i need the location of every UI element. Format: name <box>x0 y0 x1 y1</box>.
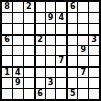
cell-r5c6[interactable] <box>56 46 66 56</box>
cell-r6c5[interactable] <box>46 56 56 66</box>
sudoku-board-frame: 82694623971479365 <box>0 0 101 101</box>
cell-r4c2[interactable] <box>13 35 23 45</box>
cell-r7c5[interactable] <box>46 67 56 77</box>
cell-r4c9[interactable]: 3 <box>89 35 99 45</box>
cell-r1c5[interactable] <box>46 2 56 12</box>
cell-r1c8[interactable] <box>78 2 88 12</box>
sudoku-board: 82694623971479365 <box>2 2 99 99</box>
cell-r8c4[interactable] <box>35 78 45 88</box>
cell-r9c1[interactable] <box>2 89 12 99</box>
cell-r4c1[interactable]: 6 <box>2 35 12 45</box>
cell-r6c6[interactable]: 7 <box>56 56 66 66</box>
cell-r4c7[interactable] <box>67 35 77 45</box>
cell-r8c5[interactable]: 3 <box>46 78 56 88</box>
cell-r8c1[interactable] <box>2 78 12 88</box>
cell-r2c7[interactable] <box>67 13 77 23</box>
cell-r8c8[interactable] <box>78 78 88 88</box>
cell-r3c4[interactable] <box>35 24 45 34</box>
cell-r1c7[interactable]: 6 <box>67 2 77 12</box>
cell-r7c1[interactable]: 1 <box>2 67 12 77</box>
cell-r1c4[interactable] <box>35 2 45 12</box>
cell-r7c4[interactable] <box>35 67 45 77</box>
cell-r9c4[interactable]: 6 <box>35 89 45 99</box>
cell-r2c3[interactable] <box>24 13 34 23</box>
cell-r3c9[interactable] <box>89 24 99 34</box>
cell-r1c3[interactable]: 2 <box>24 2 34 12</box>
cell-r3c6[interactable] <box>56 24 66 34</box>
cell-r7c8[interactable]: 7 <box>78 67 88 77</box>
cell-r6c4[interactable] <box>35 56 45 66</box>
cell-r8c2[interactable]: 9 <box>13 78 23 88</box>
cell-r9c9[interactable] <box>89 89 99 99</box>
cell-r7c2[interactable]: 4 <box>13 67 23 77</box>
cell-r8c3[interactable] <box>24 78 34 88</box>
cell-r5c7[interactable] <box>67 46 77 56</box>
cell-r3c3[interactable] <box>24 24 34 34</box>
cell-r5c4[interactable] <box>35 46 45 56</box>
cell-r7c7[interactable] <box>67 67 77 77</box>
cell-r9c6[interactable] <box>56 89 66 99</box>
cell-r7c9[interactable] <box>89 67 99 77</box>
cell-r7c3[interactable] <box>24 67 34 77</box>
cell-r1c1[interactable]: 8 <box>2 2 12 12</box>
cell-r2c4[interactable] <box>35 13 45 23</box>
cell-r6c3[interactable] <box>24 56 34 66</box>
cell-r2c5[interactable]: 9 <box>46 13 56 23</box>
cell-r2c1[interactable] <box>2 13 12 23</box>
cell-r5c1[interactable] <box>2 46 12 56</box>
cell-r6c9[interactable] <box>89 56 99 66</box>
cell-r6c8[interactable] <box>78 56 88 66</box>
cell-r2c2[interactable] <box>13 13 23 23</box>
cell-r2c6[interactable]: 4 <box>56 13 66 23</box>
cell-r4c6[interactable] <box>56 35 66 45</box>
cell-r4c3[interactable] <box>24 35 34 45</box>
cell-r2c8[interactable] <box>78 13 88 23</box>
cell-r3c2[interactable] <box>13 24 23 34</box>
cell-r5c5[interactable] <box>46 46 56 56</box>
cell-r8c9[interactable] <box>89 78 99 88</box>
cell-r9c7[interactable]: 5 <box>67 89 77 99</box>
cell-r1c9[interactable] <box>89 2 99 12</box>
cell-r3c1[interactable] <box>2 24 12 34</box>
cell-r5c3[interactable] <box>24 46 34 56</box>
cell-r7c6[interactable] <box>56 67 66 77</box>
cell-r5c8[interactable]: 9 <box>78 46 88 56</box>
cell-r8c7[interactable] <box>67 78 77 88</box>
cell-r9c3[interactable] <box>24 89 34 99</box>
cell-r2c9[interactable] <box>89 13 99 23</box>
cell-r3c7[interactable] <box>67 24 77 34</box>
cell-r8c6[interactable] <box>56 78 66 88</box>
cell-r3c5[interactable] <box>46 24 56 34</box>
cell-r4c8[interactable] <box>78 35 88 45</box>
cell-r6c2[interactable] <box>13 56 23 66</box>
cell-r1c6[interactable] <box>56 2 66 12</box>
cell-r4c4[interactable]: 2 <box>35 35 45 45</box>
cell-r5c2[interactable] <box>13 46 23 56</box>
cell-r6c7[interactable] <box>67 56 77 66</box>
cell-r3c8[interactable] <box>78 24 88 34</box>
cell-r1c2[interactable] <box>13 2 23 12</box>
cell-r6c1[interactable] <box>2 56 12 66</box>
cell-r9c2[interactable] <box>13 89 23 99</box>
cell-r9c5[interactable] <box>46 89 56 99</box>
cell-r9c8[interactable] <box>78 89 88 99</box>
cell-r4c5[interactable] <box>46 35 56 45</box>
cell-r5c9[interactable] <box>89 46 99 56</box>
